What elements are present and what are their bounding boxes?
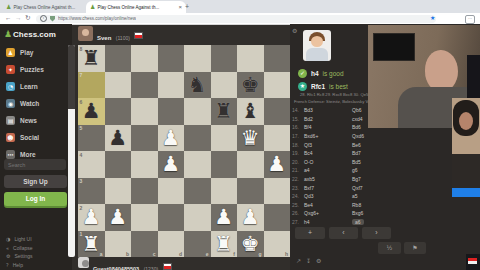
white-queen-g5[interactable]: ♛ bbox=[237, 125, 264, 152]
screen: ♟ Play Chess Online Against th... ♟ Play… bbox=[0, 0, 480, 270]
move-number: 14. bbox=[292, 107, 304, 113]
square-f2[interactable]: ♟ bbox=[211, 204, 238, 231]
square-g4[interactable] bbox=[237, 151, 264, 178]
coach-face bbox=[311, 36, 323, 47]
chesscom-favicon: ♟ bbox=[90, 4, 95, 10]
white-move[interactable]: Bxd6+ bbox=[304, 133, 352, 139]
move-number: 25. bbox=[292, 202, 304, 208]
square-e1[interactable]: e bbox=[184, 231, 211, 258]
black-pawn-a6[interactable]: ♟ bbox=[78, 98, 105, 125]
move-row: 22.axb5Bg7 bbox=[292, 175, 422, 184]
square-d2[interactable] bbox=[158, 204, 185, 231]
sidebar-item-play[interactable]: ♟Play bbox=[6, 46, 70, 58]
add-button[interactable]: + bbox=[295, 227, 325, 239]
move-number: 23. bbox=[292, 185, 304, 191]
share-icon[interactable]: ↗ bbox=[296, 257, 301, 264]
move-number: 26. bbox=[292, 210, 304, 216]
star-icon: ★ bbox=[298, 82, 307, 91]
evaluation-bar bbox=[68, 45, 75, 257]
guest-webcam bbox=[452, 98, 480, 188]
square-f6[interactable]: ♜ bbox=[211, 98, 238, 125]
forward-icon[interactable]: → bbox=[15, 14, 22, 21]
move-number: 21. bbox=[292, 167, 304, 173]
sidebar-footer-help[interactable]: ?Help bbox=[6, 262, 23, 268]
move-row: 24.Qd3a5 bbox=[292, 192, 422, 201]
square-a4[interactable]: 4 bbox=[78, 151, 105, 178]
move-row: 26.Qxg6+Bxg6 bbox=[292, 209, 422, 218]
move-feedback-good: ✓ h4 is good bbox=[298, 69, 344, 78]
sidebar-item-label: Puzzles bbox=[20, 66, 44, 73]
move-row: 18.Qf3Be6 bbox=[292, 140, 422, 149]
square-g3[interactable] bbox=[237, 178, 264, 205]
chesscom-favicon: ♟ bbox=[6, 4, 11, 10]
more-icon: ⋯ bbox=[6, 150, 15, 159]
square-e2[interactable] bbox=[184, 204, 211, 231]
white-pawn-g2[interactable]: ♟ bbox=[237, 204, 264, 231]
bookmark-star-icon[interactable]: ★ bbox=[430, 14, 435, 21]
log-in-button[interactable]: Log In bbox=[4, 192, 67, 206]
sidebar-item-label: News bbox=[20, 117, 37, 124]
move-number: 20. bbox=[292, 159, 304, 165]
learn-icon: ◔ bbox=[6, 82, 15, 91]
black-pawn-b5[interactable]: ♟ bbox=[105, 125, 132, 152]
move-number: 16. bbox=[292, 124, 304, 130]
move-number: 22. bbox=[292, 176, 304, 182]
coach-shirt bbox=[306, 48, 328, 61]
square-h5[interactable] bbox=[264, 125, 291, 152]
white-pawn-b2[interactable]: ♟ bbox=[105, 204, 132, 231]
square-b7[interactable] bbox=[105, 72, 132, 99]
white-move[interactable]: Bd2 bbox=[304, 116, 352, 122]
own-player-bar: Guest0840485503 (1230) ♟ ♞ ♝ ♛ +8 bbox=[78, 257, 290, 270]
flag-icon bbox=[468, 258, 477, 264]
square-b4[interactable] bbox=[105, 151, 132, 178]
black-rook-a8[interactable]: ♜ bbox=[78, 45, 105, 72]
sidebar-item-watch[interactable]: ◉Watch bbox=[6, 97, 70, 109]
settings-icon[interactable]: ⚙ bbox=[316, 257, 321, 264]
square-d4[interactable]: ♟ bbox=[158, 151, 185, 178]
white-move[interactable]: Bf4 bbox=[304, 124, 352, 130]
move-number: 15. bbox=[292, 116, 304, 122]
white-move[interactable]: Qf3 bbox=[304, 142, 352, 148]
white-pawn-d5[interactable]: ♟ bbox=[158, 125, 185, 152]
square-g2[interactable]: ♟ bbox=[237, 204, 264, 231]
news-icon: ▤ bbox=[6, 116, 15, 125]
guest-face bbox=[459, 112, 473, 130]
logo-pawn-icon: ♟ bbox=[4, 29, 12, 39]
player-name[interactable]: Sven bbox=[97, 35, 111, 41]
logo-text: Chess.com bbox=[13, 30, 56, 39]
feedback-move: h4 bbox=[311, 70, 319, 77]
square-e3[interactable] bbox=[184, 178, 211, 205]
move-number: 19. bbox=[292, 150, 304, 156]
browser-tab-inactive[interactable]: ♟ Play Chess Online Against th... bbox=[2, 1, 90, 13]
move-row: 19.Bc4Bd7 bbox=[292, 149, 422, 158]
black-move[interactable]: Be6 bbox=[352, 142, 400, 148]
new-tab-button[interactable]: + bbox=[182, 2, 192, 12]
square-h8[interactable] bbox=[264, 45, 291, 72]
white-move[interactable]: a4 bbox=[304, 167, 352, 173]
square-e7[interactable]: ♞ bbox=[184, 72, 211, 99]
black-move[interactable]: Qxf7 bbox=[352, 185, 400, 191]
reload-icon[interactable]: ↻ bbox=[25, 14, 30, 22]
move-number: 24. bbox=[292, 193, 304, 199]
black-bishop-g6[interactable]: ♝ bbox=[237, 98, 264, 125]
footer-label: Collapse bbox=[13, 245, 32, 251]
file-label: b bbox=[126, 251, 129, 257]
square-c7[interactable] bbox=[131, 72, 158, 99]
white-move[interactable]: Qxg6+ bbox=[304, 210, 352, 216]
white-move[interactable]: Qd3 bbox=[304, 193, 352, 199]
square-f4[interactable] bbox=[211, 151, 238, 178]
current-move[interactable]: a6 bbox=[352, 219, 364, 225]
move-row: 20.O-OBd5 bbox=[292, 158, 422, 167]
black-king-g7[interactable]: ♚ bbox=[237, 72, 264, 99]
tab-title: Play Chess Online Against th... bbox=[97, 5, 159, 10]
back-move-button[interactable]: ‹ bbox=[329, 227, 358, 239]
black-move[interactable]: a6 bbox=[352, 219, 400, 225]
square-g5[interactable]: ♛ bbox=[237, 125, 264, 152]
sidebar-item-social[interactable]: ☻Social bbox=[6, 131, 70, 143]
move-row: 17.Bxd6+Qxd6 bbox=[292, 132, 422, 141]
square-a3[interactable]: 3 bbox=[78, 178, 105, 205]
square-d7[interactable] bbox=[158, 72, 185, 99]
rank-label: 4 bbox=[80, 152, 83, 158]
black-move[interactable]: g6 bbox=[352, 167, 400, 173]
square-c1[interactable]: c bbox=[131, 231, 158, 258]
search-input[interactable] bbox=[4, 159, 66, 170]
square-f5[interactable] bbox=[211, 125, 238, 152]
coach-avatar bbox=[303, 30, 331, 61]
sidebar-footer-collapse[interactable]: «Collapse bbox=[6, 245, 33, 251]
file-label: c bbox=[153, 251, 156, 257]
white-move[interactable]: Bc4 bbox=[304, 150, 352, 156]
sidebar-footer-light-ui[interactable]: ◑Light UI bbox=[6, 236, 32, 242]
watch-icon: ◉ bbox=[6, 99, 15, 108]
white-move[interactable]: h4 bbox=[304, 219, 352, 225]
white-move[interactable]: Bd3 bbox=[304, 107, 352, 113]
tv-screen bbox=[373, 33, 415, 61]
square-d3[interactable] bbox=[158, 178, 185, 205]
sidebar-item-news[interactable]: ▤News bbox=[6, 114, 70, 126]
square-h3[interactable] bbox=[264, 178, 291, 205]
collapse-icon: « bbox=[6, 245, 9, 251]
forward-move-button[interactable]: › bbox=[362, 227, 391, 239]
sidebar-item-label: Learn bbox=[20, 83, 38, 90]
avatar[interactable] bbox=[78, 26, 93, 41]
square-d5[interactable]: ♟ bbox=[158, 125, 185, 152]
check-icon: ✓ bbox=[298, 69, 307, 78]
browser-tab-active[interactable]: ♟ Play Chess Online Against th... × bbox=[86, 1, 186, 13]
sidebar-item-label: More bbox=[20, 151, 36, 158]
file-label: e bbox=[206, 251, 209, 257]
square-c5[interactable] bbox=[131, 125, 158, 152]
square-a2[interactable]: 2♟ bbox=[78, 204, 105, 231]
footer-label: Help bbox=[13, 262, 23, 268]
black-move[interactable]: Bd5 bbox=[352, 159, 400, 165]
file-label: h bbox=[285, 251, 288, 257]
opponent-player-bar: Sven (1100) ♟ ♞ ♝ bbox=[78, 26, 290, 44]
square-a5[interactable]: 5 bbox=[78, 125, 105, 152]
rank-label: 7 bbox=[80, 72, 83, 78]
streamer-head bbox=[425, 50, 458, 92]
chess-board: 8♜7♞♚6♟♜♝5♟♟♛4♟♟32♟♟♟♟1a♜bcdef♜g♚h bbox=[78, 45, 290, 257]
square-a8[interactable]: 8♜ bbox=[78, 45, 105, 72]
light-ui-icon: ◑ bbox=[6, 236, 10, 242]
square-g1[interactable]: g♚ bbox=[237, 231, 264, 258]
square-c6[interactable] bbox=[131, 98, 158, 125]
square-g6[interactable]: ♝ bbox=[237, 98, 264, 125]
square-b1[interactable]: b bbox=[105, 231, 132, 258]
sidebar bbox=[0, 24, 72, 270]
square-d1[interactable]: d bbox=[158, 231, 185, 258]
white-rook-f1[interactable]: ♜ bbox=[211, 231, 238, 258]
player-rating: (1100) bbox=[116, 35, 130, 41]
square-h7[interactable] bbox=[264, 72, 291, 99]
download-icon[interactable]: ↧ bbox=[306, 257, 311, 264]
sign-up-button[interactable]: Sign Up bbox=[4, 175, 67, 188]
black-move[interactable]: Bg7 bbox=[352, 176, 400, 182]
white-pawn-a2[interactable]: ♟ bbox=[78, 204, 105, 231]
guest-body bbox=[452, 154, 480, 188]
address-bar[interactable]: i https://www.chess.com/play/online/new bbox=[36, 15, 436, 23]
square-e5[interactable] bbox=[184, 125, 211, 152]
square-e6[interactable] bbox=[184, 98, 211, 125]
square-b6[interactable] bbox=[105, 98, 132, 125]
feedback-verdict: is best bbox=[329, 83, 348, 90]
move-number: 27. bbox=[292, 219, 304, 225]
resign-flag-button[interactable]: ⚑ bbox=[404, 242, 426, 254]
square-h6[interactable] bbox=[264, 98, 291, 125]
square-d8[interactable] bbox=[158, 45, 185, 72]
back-icon[interactable]: ← bbox=[5, 14, 12, 21]
corner-overlay bbox=[466, 254, 480, 270]
shield-icon[interactable] bbox=[50, 16, 55, 22]
evaluation-bar-black bbox=[68, 45, 75, 109]
site-info-icon[interactable]: i bbox=[40, 15, 47, 22]
square-h2[interactable] bbox=[264, 204, 291, 231]
square-h4[interactable]: ♟ bbox=[264, 151, 291, 178]
square-b8[interactable] bbox=[105, 45, 132, 72]
move-row: 25.Be4Rb8 bbox=[292, 201, 422, 210]
square-c8[interactable] bbox=[131, 45, 158, 72]
player-rating: (1230) bbox=[144, 266, 158, 270]
rank-label: 5 bbox=[80, 125, 83, 131]
square-f8[interactable] bbox=[211, 45, 238, 72]
white-pawn-d4[interactable]: ♟ bbox=[158, 151, 185, 178]
square-b3[interactable] bbox=[105, 178, 132, 205]
white-move[interactable]: Bxf7 bbox=[304, 185, 352, 191]
move-row: 21.a4g6 bbox=[292, 166, 422, 175]
white-move[interactable]: O-O bbox=[304, 159, 352, 165]
browser-menu-icon[interactable]: ⋯ bbox=[465, 15, 475, 24]
square-b2[interactable]: ♟ bbox=[105, 204, 132, 231]
rank-label: 3 bbox=[80, 178, 83, 184]
flag-icon bbox=[163, 263, 172, 270]
flag-icon bbox=[134, 32, 143, 39]
help-icon: ? bbox=[6, 262, 9, 268]
tab-title: Play Chess Online Against th... bbox=[13, 5, 75, 10]
square-f3[interactable] bbox=[211, 178, 238, 205]
white-king-g1[interactable]: ♚ bbox=[237, 231, 264, 258]
square-a6[interactable]: 6♟ bbox=[78, 98, 105, 125]
square-d6[interactable] bbox=[158, 98, 185, 125]
square-e4[interactable] bbox=[184, 151, 211, 178]
square-e8[interactable] bbox=[184, 45, 211, 72]
gear-icon[interactable]: ⚙ bbox=[292, 27, 297, 34]
square-a1[interactable]: 1a♜ bbox=[78, 231, 105, 258]
black-rook-f6[interactable]: ♜ bbox=[211, 98, 238, 125]
square-f1[interactable]: f♜ bbox=[211, 231, 238, 258]
social-icon: ☻ bbox=[6, 133, 15, 142]
sidebar-item-puzzles[interactable]: ✦Puzzles bbox=[6, 63, 70, 75]
avatar[interactable] bbox=[78, 257, 89, 268]
black-move[interactable]: Qxd6 bbox=[352, 133, 400, 139]
sidebar-item-label: Watch bbox=[20, 100, 39, 107]
square-h1[interactable]: h bbox=[264, 231, 291, 258]
move-number: 18. bbox=[292, 142, 304, 148]
black-knight-e7[interactable]: ♞ bbox=[184, 72, 211, 99]
blue-banner bbox=[452, 188, 480, 197]
square-c2[interactable] bbox=[131, 204, 158, 231]
black-move[interactable]: Bxg6 bbox=[352, 210, 400, 216]
square-g7[interactable]: ♚ bbox=[237, 72, 264, 99]
settings-icon: ⚙ bbox=[6, 253, 10, 259]
player-name[interactable]: Guest0840485503 bbox=[93, 266, 139, 270]
square-a7[interactable]: 7 bbox=[78, 72, 105, 99]
square-c3[interactable] bbox=[131, 178, 158, 205]
sidebar-item-label: Play bbox=[20, 49, 33, 56]
square-g8[interactable] bbox=[237, 45, 264, 72]
square-b5[interactable]: ♟ bbox=[105, 125, 132, 152]
white-move[interactable]: Be4 bbox=[304, 202, 352, 208]
move-number: 17. bbox=[292, 133, 304, 139]
url-text: https://www.chess.com/play/online/new bbox=[58, 16, 136, 21]
move-row: 23.Bxf7Qxf7 bbox=[292, 183, 422, 192]
play-icon: ♟ bbox=[6, 48, 15, 57]
move-row: 27.h4a6 bbox=[292, 218, 422, 227]
move-feedback-best: ★ Rfc1 is best bbox=[298, 82, 348, 91]
puzzles-icon: ✦ bbox=[6, 65, 15, 74]
chesscom-logo[interactable]: ♟ Chess.com bbox=[4, 29, 56, 39]
white-move[interactable]: axb5 bbox=[304, 176, 352, 182]
footer-label: Settings bbox=[14, 253, 32, 259]
file-label: d bbox=[179, 251, 182, 257]
sidebar-item-label: Social bbox=[20, 134, 39, 141]
white-rook-a1[interactable]: ♜ bbox=[78, 231, 105, 258]
black-move[interactable]: Rb8 bbox=[352, 202, 400, 208]
black-move[interactable]: Bd7 bbox=[352, 150, 400, 156]
sidebar-footer-settings[interactable]: ⚙Settings bbox=[6, 253, 33, 259]
square-c4[interactable] bbox=[131, 151, 158, 178]
white-pawn-f2[interactable]: ♟ bbox=[211, 204, 238, 231]
white-pawn-h4[interactable]: ♟ bbox=[264, 151, 291, 178]
footer-label: Light UI bbox=[14, 236, 31, 242]
sidebar-item-learn[interactable]: ◔Learn bbox=[6, 80, 70, 92]
square-f7[interactable] bbox=[211, 72, 238, 99]
draw-button[interactable]: ½ bbox=[378, 242, 401, 254]
feedback-verdict: is good bbox=[323, 70, 344, 77]
feedback-move: Rfc1 bbox=[311, 83, 325, 90]
black-move[interactable]: a5 bbox=[352, 193, 400, 199]
